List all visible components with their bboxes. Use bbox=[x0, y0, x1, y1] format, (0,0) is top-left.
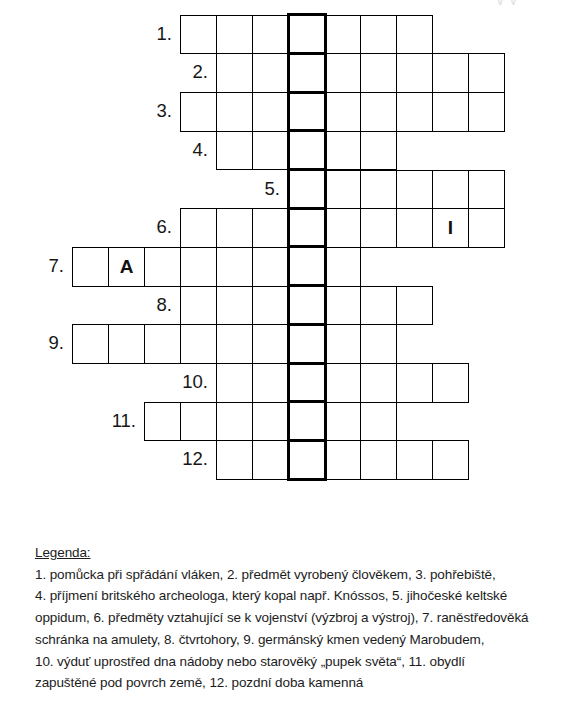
grid-cell[interactable] bbox=[360, 363, 397, 403]
grid-cell[interactable] bbox=[180, 208, 217, 248]
grid-cell[interactable] bbox=[180, 92, 217, 132]
grid-cell[interactable] bbox=[288, 15, 325, 55]
grid-cell[interactable] bbox=[324, 15, 361, 55]
grid-cell[interactable] bbox=[432, 53, 469, 93]
grid-cell[interactable] bbox=[324, 286, 361, 326]
grid-cell[interactable] bbox=[432, 440, 469, 480]
row-number-label: 9. bbox=[20, 324, 64, 363]
grid-cell[interactable] bbox=[288, 131, 325, 171]
row-number-label: 12. bbox=[164, 440, 208, 479]
grid-cell[interactable] bbox=[360, 324, 397, 364]
grid-cell[interactable] bbox=[288, 53, 325, 93]
grid-cell[interactable] bbox=[288, 440, 325, 480]
legend-line: 10. výduť uprostřed dna nádoby nebo star… bbox=[35, 651, 583, 673]
grid-cell[interactable] bbox=[252, 286, 289, 326]
grid-cell[interactable] bbox=[252, 15, 289, 55]
row-number-label: 6. bbox=[128, 208, 172, 247]
grid-cell[interactable] bbox=[324, 53, 361, 93]
grid-cell[interactable] bbox=[324, 324, 361, 364]
grid-cell[interactable] bbox=[180, 324, 217, 364]
legend-line: schránka na amulety, 8. čtvrtohory, 9. g… bbox=[35, 629, 583, 651]
grid-cell[interactable] bbox=[252, 247, 289, 287]
grid-cell[interactable] bbox=[72, 324, 109, 364]
grid-cell[interactable] bbox=[360, 440, 397, 480]
grid-cell[interactable] bbox=[396, 170, 433, 210]
grid-cell[interactable] bbox=[396, 208, 433, 248]
grid-cell[interactable] bbox=[360, 170, 397, 210]
grid-cell[interactable] bbox=[360, 15, 397, 55]
watermark-icon: ∨∨ bbox=[495, 0, 522, 8]
grid-cell[interactable] bbox=[288, 92, 325, 132]
grid-cell[interactable] bbox=[180, 247, 217, 287]
grid-cell[interactable] bbox=[432, 170, 469, 210]
grid-cell[interactable] bbox=[288, 402, 325, 442]
grid-cell[interactable] bbox=[252, 208, 289, 248]
grid-cell[interactable] bbox=[324, 440, 361, 480]
grid-cell[interactable] bbox=[468, 53, 505, 93]
grid-cell[interactable] bbox=[144, 324, 181, 364]
grid-cell[interactable] bbox=[324, 92, 361, 132]
row-number-label: 11. bbox=[92, 402, 136, 441]
grid-cell[interactable] bbox=[360, 53, 397, 93]
grid-cell[interactable] bbox=[216, 247, 253, 287]
grid-cell[interactable] bbox=[396, 440, 433, 480]
grid-cell[interactable] bbox=[144, 402, 181, 442]
grid-cell[interactable] bbox=[180, 286, 217, 326]
grid-cell[interactable] bbox=[288, 286, 325, 326]
row-number-label: 8. bbox=[128, 286, 172, 325]
grid-cell[interactable] bbox=[324, 247, 361, 287]
grid-cell[interactable] bbox=[396, 53, 433, 93]
row-number-label: 3. bbox=[128, 92, 172, 131]
row-number-label: 10. bbox=[164, 363, 208, 402]
grid-cell[interactable] bbox=[324, 363, 361, 403]
grid-cell-prefilled[interactable]: A bbox=[108, 247, 145, 287]
grid-cell[interactable] bbox=[468, 170, 505, 210]
grid-cell[interactable] bbox=[252, 131, 289, 171]
grid-cell[interactable] bbox=[216, 131, 253, 171]
grid-cell[interactable] bbox=[360, 402, 397, 442]
grid-cell[interactable] bbox=[252, 363, 289, 403]
grid-cell[interactable] bbox=[468, 92, 505, 132]
row-number-label: 4. bbox=[164, 131, 208, 170]
grid-cell-prefilled[interactable]: I bbox=[432, 208, 469, 248]
grid-cell[interactable] bbox=[144, 247, 181, 287]
grid-cell[interactable] bbox=[288, 208, 325, 248]
grid-cell[interactable] bbox=[288, 247, 325, 287]
row-number-label: 2. bbox=[164, 53, 208, 92]
grid-cell[interactable] bbox=[252, 324, 289, 364]
grid-cell[interactable] bbox=[216, 53, 253, 93]
grid-cell[interactable] bbox=[108, 324, 145, 364]
legend: Legenda: 1. pomůcka při spřádání vláken,… bbox=[35, 542, 583, 694]
grid-cell[interactable] bbox=[216, 208, 253, 248]
grid-cell[interactable] bbox=[216, 286, 253, 326]
grid-cell[interactable] bbox=[216, 15, 253, 55]
row-number-label: 7. bbox=[20, 247, 64, 286]
legend-line: oppidum, 6. předměty vztahující se k voj… bbox=[35, 607, 583, 629]
grid-cell[interactable] bbox=[360, 92, 397, 132]
grid-cell[interactable] bbox=[180, 15, 217, 55]
grid-cell[interactable] bbox=[252, 440, 289, 480]
grid-cell[interactable] bbox=[324, 208, 361, 248]
legend-line: 4. příjmení britského archeologa, který … bbox=[35, 585, 583, 607]
grid-cell[interactable] bbox=[432, 92, 469, 132]
grid-cell[interactable] bbox=[396, 15, 433, 55]
grid-cell[interactable] bbox=[180, 402, 217, 442]
grid-cell[interactable] bbox=[396, 286, 433, 326]
row-number-label: 5. bbox=[236, 170, 280, 209]
grid-cell[interactable] bbox=[252, 402, 289, 442]
grid-cell[interactable] bbox=[432, 363, 469, 403]
grid-cell[interactable] bbox=[72, 247, 109, 287]
row-number-label: 1. bbox=[128, 15, 172, 54]
grid-cell[interactable] bbox=[216, 402, 253, 442]
grid-cell[interactable] bbox=[324, 131, 361, 171]
grid-cell[interactable] bbox=[468, 208, 505, 248]
grid-cell[interactable] bbox=[288, 363, 325, 403]
grid-cell[interactable] bbox=[360, 131, 397, 171]
legend-title: Legenda: bbox=[35, 542, 583, 564]
grid-cell[interactable] bbox=[360, 208, 397, 248]
grid-cell[interactable] bbox=[252, 92, 289, 132]
grid-cell[interactable] bbox=[216, 92, 253, 132]
grid-cell[interactable] bbox=[216, 363, 253, 403]
grid-cell[interactable] bbox=[216, 440, 253, 480]
grid-cell[interactable] bbox=[252, 53, 289, 93]
grid-cell[interactable] bbox=[360, 286, 397, 326]
legend-line: zapuštěné pod povrch země, 12. pozdní do… bbox=[35, 672, 583, 694]
crossword-page: ∨∨ 1.2.3.4.5.6.I7.A8.9.10.11.12. Legenda… bbox=[0, 0, 586, 701]
grid-cell[interactable] bbox=[288, 170, 325, 210]
grid-cell[interactable] bbox=[216, 324, 253, 364]
grid-cell[interactable] bbox=[396, 363, 433, 403]
grid-cell[interactable] bbox=[324, 170, 361, 210]
grid-cell[interactable] bbox=[288, 324, 325, 364]
grid-cell[interactable] bbox=[324, 402, 361, 442]
legend-line: 1. pomůcka při spřádání vláken, 2. předm… bbox=[35, 564, 583, 586]
grid-cell[interactable] bbox=[396, 92, 433, 132]
